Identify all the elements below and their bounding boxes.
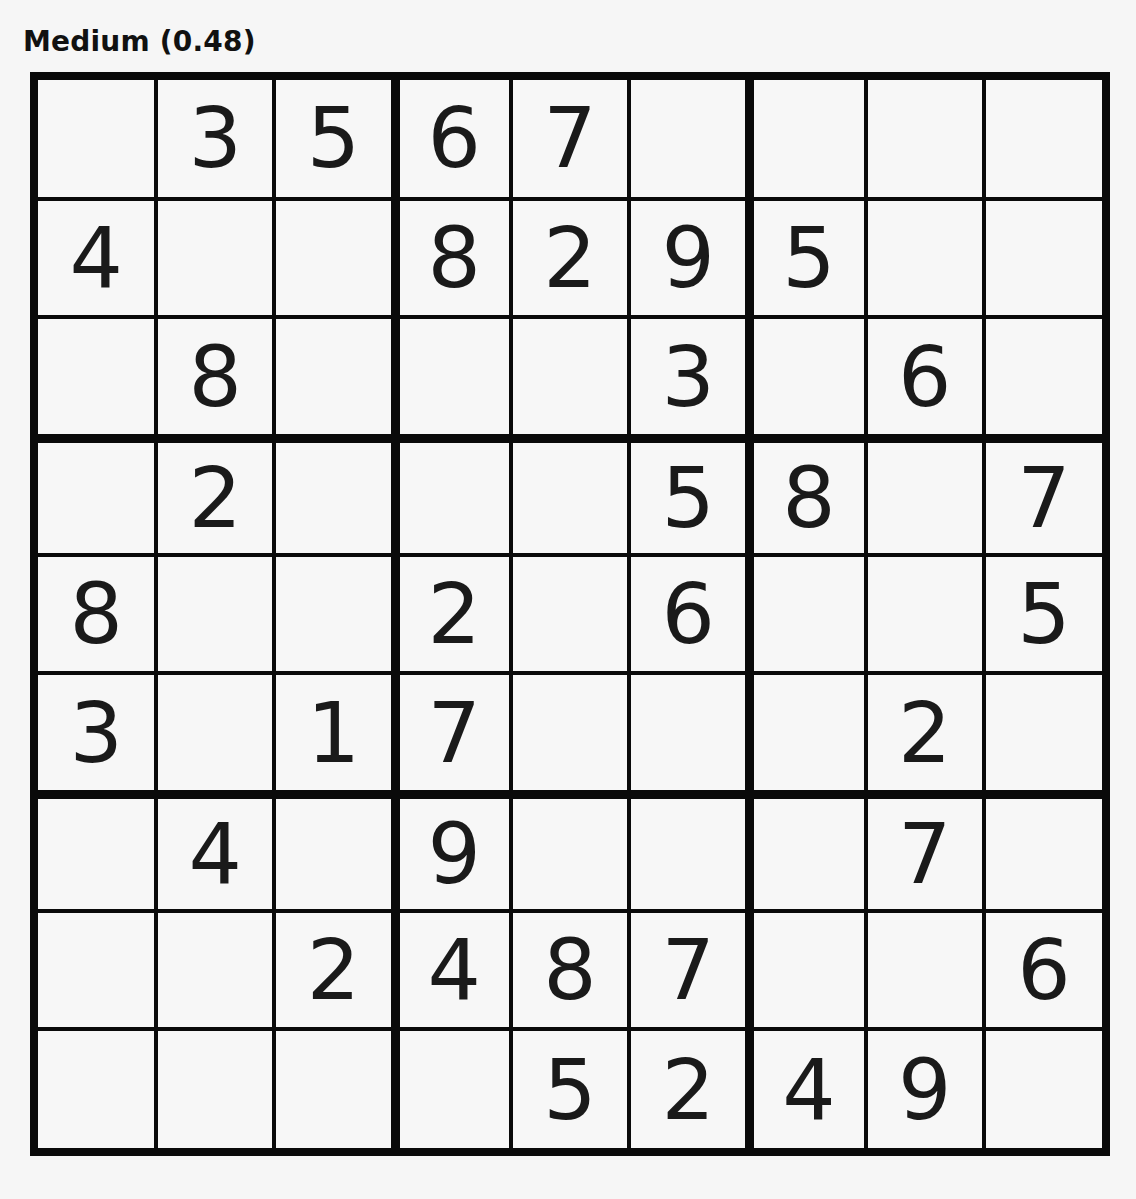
cell-r2c8[interactable] bbox=[866, 199, 984, 318]
cell-r6c9[interactable] bbox=[984, 673, 1102, 792]
cell-r4c4[interactable] bbox=[393, 436, 511, 555]
cell-r8c7[interactable] bbox=[747, 911, 865, 1030]
cell-r2c9[interactable] bbox=[984, 199, 1102, 318]
cell-r6c8[interactable]: 2 bbox=[866, 673, 984, 792]
cell-r1c7[interactable] bbox=[747, 80, 865, 199]
cell-r2c4[interactable]: 8 bbox=[393, 199, 511, 318]
cell-r6c6[interactable] bbox=[629, 673, 747, 792]
cell-r5c9[interactable]: 5 bbox=[984, 555, 1102, 674]
cell-r1c5[interactable]: 7 bbox=[511, 80, 629, 199]
cell-r2c3[interactable] bbox=[274, 199, 392, 318]
cell-r8c4[interactable]: 4 bbox=[393, 911, 511, 1030]
cell-r4c9[interactable]: 7 bbox=[984, 436, 1102, 555]
cell-r2c5[interactable]: 2 bbox=[511, 199, 629, 318]
cell-r7c1[interactable] bbox=[38, 792, 156, 911]
cell-r3c2[interactable]: 8 bbox=[156, 317, 274, 436]
cell-r7c7[interactable] bbox=[747, 792, 865, 911]
cell-r6c1[interactable]: 3 bbox=[38, 673, 156, 792]
cell-r9c3[interactable] bbox=[274, 1029, 392, 1148]
cell-r2c1[interactable]: 4 bbox=[38, 199, 156, 318]
cell-r3c7[interactable] bbox=[747, 317, 865, 436]
cell-r9c8[interactable]: 9 bbox=[866, 1029, 984, 1148]
cell-r8c3[interactable]: 2 bbox=[274, 911, 392, 1030]
cell-r5c2[interactable] bbox=[156, 555, 274, 674]
cell-r8c1[interactable] bbox=[38, 911, 156, 1030]
cell-r1c4[interactable]: 6 bbox=[393, 80, 511, 199]
cell-r4c2[interactable]: 2 bbox=[156, 436, 274, 555]
cell-r9c7[interactable]: 4 bbox=[747, 1029, 865, 1148]
cell-r5c8[interactable] bbox=[866, 555, 984, 674]
cell-r9c4[interactable] bbox=[393, 1029, 511, 1148]
cell-r7c4[interactable]: 9 bbox=[393, 792, 511, 911]
cell-r6c2[interactable] bbox=[156, 673, 274, 792]
cell-r7c2[interactable]: 4 bbox=[156, 792, 274, 911]
cell-r4c7[interactable]: 8 bbox=[747, 436, 865, 555]
cell-r5c1[interactable]: 8 bbox=[38, 555, 156, 674]
cell-r7c5[interactable] bbox=[511, 792, 629, 911]
puzzle-title: Medium (0.48) bbox=[0, 0, 1136, 57]
cell-r9c1[interactable] bbox=[38, 1029, 156, 1148]
cell-r1c3[interactable]: 5 bbox=[274, 80, 392, 199]
cell-r4c6[interactable]: 5 bbox=[629, 436, 747, 555]
cell-r9c9[interactable] bbox=[984, 1029, 1102, 1148]
cell-r6c3[interactable]: 1 bbox=[274, 673, 392, 792]
cell-r2c7[interactable]: 5 bbox=[747, 199, 865, 318]
cell-r5c4[interactable]: 2 bbox=[393, 555, 511, 674]
cell-r5c7[interactable] bbox=[747, 555, 865, 674]
cell-r1c8[interactable] bbox=[866, 80, 984, 199]
cell-r5c3[interactable] bbox=[274, 555, 392, 674]
cell-r3c4[interactable] bbox=[393, 317, 511, 436]
sudoku-board: 356748295836258782653172497248765249 bbox=[30, 72, 1110, 1156]
cell-r6c4[interactable]: 7 bbox=[393, 673, 511, 792]
cell-r3c6[interactable]: 3 bbox=[629, 317, 747, 436]
cell-r4c1[interactable] bbox=[38, 436, 156, 555]
cell-r8c9[interactable]: 6 bbox=[984, 911, 1102, 1030]
cell-r5c6[interactable]: 6 bbox=[629, 555, 747, 674]
cell-r3c3[interactable] bbox=[274, 317, 392, 436]
cell-r2c6[interactable]: 9 bbox=[629, 199, 747, 318]
cell-r1c1[interactable] bbox=[38, 80, 156, 199]
cell-r3c9[interactable] bbox=[984, 317, 1102, 436]
cell-r8c2[interactable] bbox=[156, 911, 274, 1030]
cell-r9c5[interactable]: 5 bbox=[511, 1029, 629, 1148]
cell-r1c2[interactable]: 3 bbox=[156, 80, 274, 199]
cell-r3c5[interactable] bbox=[511, 317, 629, 436]
cell-r1c6[interactable] bbox=[629, 80, 747, 199]
cell-r8c8[interactable] bbox=[866, 911, 984, 1030]
cell-r8c6[interactable]: 7 bbox=[629, 911, 747, 1030]
cell-r8c5[interactable]: 8 bbox=[511, 911, 629, 1030]
cell-r9c6[interactable]: 2 bbox=[629, 1029, 747, 1148]
cell-r6c5[interactable] bbox=[511, 673, 629, 792]
cell-r7c9[interactable] bbox=[984, 792, 1102, 911]
cell-r4c5[interactable] bbox=[511, 436, 629, 555]
cell-r2c2[interactable] bbox=[156, 199, 274, 318]
cell-r7c8[interactable]: 7 bbox=[866, 792, 984, 911]
cell-r4c8[interactable] bbox=[866, 436, 984, 555]
cell-r3c1[interactable] bbox=[38, 317, 156, 436]
cell-r4c3[interactable] bbox=[274, 436, 392, 555]
cell-r9c2[interactable] bbox=[156, 1029, 274, 1148]
cell-r1c9[interactable] bbox=[984, 80, 1102, 199]
cell-r3c8[interactable]: 6 bbox=[866, 317, 984, 436]
cell-r7c3[interactable] bbox=[274, 792, 392, 911]
cell-r5c5[interactable] bbox=[511, 555, 629, 674]
cell-r7c6[interactable] bbox=[629, 792, 747, 911]
cell-r6c7[interactable] bbox=[747, 673, 865, 792]
